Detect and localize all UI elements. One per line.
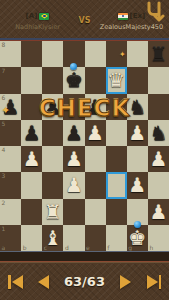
square-a7[interactable]: 7: [0, 67, 21, 93]
playback-bar: 63/63: [0, 262, 169, 300]
piece-black-king[interactable]: ♚: [63, 67, 84, 93]
app-logo-icon[interactable]: [145, 1, 165, 23]
square-c4[interactable]: [42, 146, 63, 172]
piece-white-queen[interactable]: ♛: [106, 67, 127, 93]
piece-black-knight[interactable]: ♞: [148, 120, 169, 146]
piece-black-pawn[interactable]: ♟: [85, 94, 106, 120]
next-move-button[interactable]: [120, 273, 131, 291]
square-h3[interactable]: [148, 172, 169, 198]
square-b5[interactable]: ♟: [21, 120, 42, 146]
square-a1[interactable]: 1a: [0, 225, 21, 251]
square-b1[interactable]: b: [21, 225, 42, 251]
square-g4[interactable]: [127, 146, 148, 172]
square-f2[interactable]: [106, 199, 127, 225]
piece-white-pawn[interactable]: ♟: [63, 146, 84, 172]
piece-black-rook[interactable]: ♜: [148, 41, 169, 67]
piece-white-king[interactable]: ♚: [127, 225, 148, 251]
chess-app: [A] NadhiaKlysier VS [Ex] ZealousMajesty…: [0, 0, 169, 300]
square-c8[interactable]: [42, 41, 63, 67]
rank-label-2: 2: [2, 200, 6, 206]
brazil-flag-icon: [39, 13, 49, 20]
square-b2[interactable]: [21, 199, 42, 225]
square-f1[interactable]: f: [106, 225, 127, 251]
india-flag-icon: [118, 13, 128, 20]
piece-black-pawn[interactable]: ♟: [42, 94, 63, 120]
square-a4[interactable]: 4: [0, 146, 21, 172]
player-right-name: ZealousMajesty450: [100, 23, 163, 31]
square-g6[interactable]: ♞: [127, 94, 148, 120]
piece-white-pawn[interactable]: ♟: [63, 172, 84, 198]
board-bottom-frame: [0, 251, 169, 262]
previous-move-button[interactable]: [38, 273, 49, 291]
last-move-button[interactable]: [147, 273, 162, 291]
player-right-tag: [Ex]: [130, 12, 146, 20]
square-e5[interactable]: ♟: [85, 120, 106, 146]
square-c1[interactable]: c♝: [42, 225, 63, 251]
square-a3[interactable]: 3: [0, 172, 21, 198]
square-a5[interactable]: 5: [0, 120, 21, 146]
square-f3[interactable]: [106, 172, 127, 198]
square-h2[interactable]: ♟: [148, 199, 169, 225]
rank-label-8: 8: [2, 42, 6, 48]
square-b8[interactable]: [21, 41, 42, 67]
square-d6[interactable]: [63, 94, 84, 120]
square-f6[interactable]: [106, 94, 127, 120]
sparkle-icon: ✦: [1, 104, 10, 117]
square-c6[interactable]: ♟: [42, 94, 63, 120]
piece-black-pawn[interactable]: ♟: [63, 120, 84, 146]
square-e6[interactable]: ♟: [85, 94, 106, 120]
square-d7[interactable]: ♚: [63, 67, 84, 93]
first-move-button[interactable]: [8, 273, 23, 291]
square-g8[interactable]: [127, 41, 148, 67]
square-b6[interactable]: [21, 94, 42, 120]
piece-white-pawn[interactable]: ♟: [148, 146, 169, 172]
square-h8[interactable]: ♜: [148, 41, 169, 67]
piece-white-pawn[interactable]: ♟: [127, 172, 148, 198]
square-h1[interactable]: h: [148, 225, 169, 251]
square-d2[interactable]: [63, 199, 84, 225]
rank-label-4: 4: [2, 147, 6, 153]
square-a2[interactable]: 2: [0, 199, 21, 225]
rank-label-5: 5: [2, 121, 6, 127]
square-b4[interactable]: ♟: [21, 146, 42, 172]
square-e7[interactable]: [85, 67, 106, 93]
first-move-icon: [8, 275, 11, 289]
check-marker-icon: [134, 221, 141, 228]
piece-white-rook[interactable]: ♜: [42, 199, 63, 225]
square-e1[interactable]: e: [85, 225, 106, 251]
move-counter: 63/63: [64, 274, 105, 289]
square-h6[interactable]: [148, 94, 169, 120]
player-left-tag: [A]: [26, 12, 38, 20]
square-f4[interactable]: [106, 146, 127, 172]
square-h5[interactable]: ♞: [148, 120, 169, 146]
square-d1[interactable]: d: [63, 225, 84, 251]
rank-label-3: 3: [2, 173, 6, 179]
square-h7[interactable]: [148, 67, 169, 93]
square-d3[interactable]: ♟: [63, 172, 84, 198]
player-left: [A] NadhiaKlysier: [3, 12, 73, 31]
piece-black-pawn[interactable]: ♟: [21, 120, 42, 146]
piece-black-knight[interactable]: ♞: [127, 94, 148, 120]
last-move-icon: [159, 275, 162, 289]
top-bar: [A] NadhiaKlysier VS [Ex] ZealousMajesty…: [0, 0, 169, 38]
square-b3[interactable]: [21, 172, 42, 198]
previous-move-icon: [38, 275, 49, 289]
square-g3[interactable]: ♟: [127, 172, 148, 198]
square-c7[interactable]: [42, 67, 63, 93]
square-f7[interactable]: ♛: [106, 67, 127, 93]
square-d5[interactable]: ♟: [63, 120, 84, 146]
square-b7[interactable]: [21, 67, 42, 93]
piece-white-bishop[interactable]: ♝: [42, 225, 63, 251]
rank-label-1: 1: [2, 226, 6, 232]
player-right-tagline: [Ex]: [118, 12, 146, 20]
square-e3[interactable]: [85, 172, 106, 198]
sparkle-icon: ✦: [119, 50, 126, 59]
square-a8[interactable]: 8: [0, 41, 21, 67]
piece-white-pawn[interactable]: ♟: [127, 120, 148, 146]
square-g5[interactable]: ♟: [127, 120, 148, 146]
vs-label: VS: [79, 16, 91, 25]
rank-label-7: 7: [2, 68, 6, 74]
square-e2[interactable]: [85, 199, 106, 225]
square-h4[interactable]: ♟: [148, 146, 169, 172]
piece-white-pawn[interactable]: ♟: [148, 199, 169, 225]
piece-white-pawn[interactable]: ♟: [21, 146, 42, 172]
piece-white-pawn[interactable]: ♟: [85, 120, 106, 146]
player-left-tagline: [A]: [26, 12, 50, 20]
square-c5[interactable]: [42, 120, 63, 146]
chess-board: 8♜7♚♛6♟♟♟♞5♟♟♟♟♞4♟♟♟3♟♟2♜♟1abc♝defg♚h: [0, 41, 169, 251]
square-f5[interactable]: [106, 120, 127, 146]
square-c2[interactable]: ♜: [42, 199, 63, 225]
player-left-name: NadhiaKlysier: [15, 23, 60, 31]
matchup: [A] NadhiaKlysier VS [Ex] ZealousMajesty…: [0, 12, 169, 31]
square-d4[interactable]: ♟: [63, 146, 84, 172]
next-move-icon: [120, 275, 131, 289]
square-c3[interactable]: [42, 172, 63, 198]
square-g7[interactable]: [127, 67, 148, 93]
square-e8[interactable]: [85, 41, 106, 67]
square-e4[interactable]: [85, 146, 106, 172]
square-g1[interactable]: g♚: [127, 225, 148, 251]
